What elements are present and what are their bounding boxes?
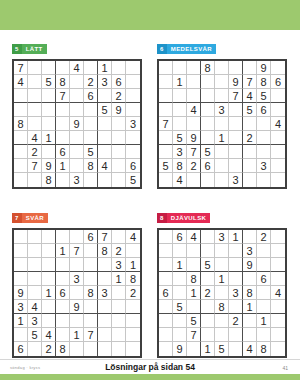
- sudoku-cell: [215, 286, 229, 300]
- sudoku-cell: [84, 342, 98, 356]
- sudoku-cell: [56, 131, 70, 145]
- sudoku-cell: [70, 103, 84, 117]
- sudoku-cell: [229, 244, 243, 258]
- sudoku-cell: [243, 61, 257, 75]
- sudoku-cell: [28, 342, 42, 356]
- sudoku-cell: 6: [14, 342, 28, 356]
- sudoku-cell: 1: [126, 258, 140, 272]
- sudoku-cell: [187, 342, 201, 356]
- sudoku-cell: 1: [56, 244, 70, 258]
- sudoku-cell: [84, 300, 98, 314]
- sudoku-cell: [243, 145, 257, 159]
- sudoku-cell: 1: [42, 131, 56, 145]
- sudoku-cell: 4: [14, 75, 28, 89]
- sudoku-cell: [215, 145, 229, 159]
- sudoku-cell: [14, 328, 28, 342]
- sudoku-cell: 1: [173, 75, 187, 89]
- sudoku-cell: 2: [84, 75, 98, 89]
- sudoku-cell: 7: [229, 89, 243, 103]
- sudoku-cell: [56, 230, 70, 244]
- sudoku-cell: [28, 286, 42, 300]
- sudoku-cell: 4: [28, 300, 42, 314]
- sudoku-cell: 8: [173, 159, 187, 173]
- sudoku-cell: [187, 300, 201, 314]
- sudoku-cell: [229, 328, 243, 342]
- sudoku-cell: [229, 61, 243, 75]
- sudoku-cell: 7: [187, 328, 201, 342]
- sudoku-cell: 9: [14, 286, 28, 300]
- sudoku-cell: [28, 89, 42, 103]
- sudoku-cell: 8: [14, 117, 28, 131]
- sudoku-cell: 5: [173, 300, 187, 314]
- sudoku-cell: 5: [215, 342, 229, 356]
- sudoku-cell: [215, 173, 229, 187]
- sudoku-cell: 3: [215, 103, 229, 117]
- sudoku-cell: 4: [187, 103, 201, 117]
- sudoku-cell: 4: [187, 230, 201, 244]
- sudoku-cell: [112, 300, 126, 314]
- sudoku-cell: [229, 117, 243, 131]
- sudoku-cell: [84, 314, 98, 328]
- sudoku-cell: [70, 286, 84, 300]
- difficulty-badge: 6 MEDELSVÅR: [157, 44, 216, 54]
- sudoku-cell: 3: [98, 75, 112, 89]
- sudoku-cell: [112, 117, 126, 131]
- sudoku-cell: [271, 300, 285, 314]
- sudoku-cell: 5: [84, 145, 98, 159]
- sudoku-cell: 7: [159, 117, 173, 131]
- sudoku-cell: [56, 314, 70, 328]
- sudoku-cell: [271, 328, 285, 342]
- sudoku-cell: [126, 103, 140, 117]
- sudoku-cell: 5: [201, 258, 215, 272]
- sudoku-cell: [14, 230, 28, 244]
- sudoku-cell: 5: [257, 89, 271, 103]
- sudoku-cell: [112, 145, 126, 159]
- sudoku-cell: 2: [42, 342, 56, 356]
- sudoku-cell: [229, 145, 243, 159]
- sudoku-cell: 1: [98, 61, 112, 75]
- sudoku-cell: [229, 342, 243, 356]
- sudoku-cell: [159, 342, 173, 356]
- sudoku-cell: [98, 89, 112, 103]
- sudoku-cell: [187, 61, 201, 75]
- sudoku-cell: 8: [42, 173, 56, 187]
- sudoku-cell: [42, 117, 56, 131]
- sudoku-cell: [271, 103, 285, 117]
- sudoku-cell: [56, 272, 70, 286]
- sudoku-cell: 4: [126, 230, 140, 244]
- sudoku-cell: 5: [243, 103, 257, 117]
- sudoku-cell: 8: [56, 342, 70, 356]
- sudoku-cell: [271, 173, 285, 187]
- sudoku-cell: [28, 244, 42, 258]
- sudoku-cell: [28, 103, 42, 117]
- sudoku-cell: 7: [98, 230, 112, 244]
- sudoku-cell: [159, 230, 173, 244]
- puzzle-block-djavulsk: 8 DJÄVULSK 64312315981661238458152179154…: [157, 206, 289, 358]
- sudoku-cell: [229, 258, 243, 272]
- sudoku-cell: [14, 258, 28, 272]
- sudoku-cell: 2: [112, 89, 126, 103]
- sudoku-cell: [14, 103, 28, 117]
- sudoku-grid-djavulsk: 643123159816612384581521791548: [157, 228, 287, 358]
- sudoku-cell: [98, 342, 112, 356]
- sudoku-cell: [70, 159, 84, 173]
- sudoku-cell: 2: [28, 145, 42, 159]
- sudoku-cell: 8: [56, 75, 70, 89]
- sudoku-cell: [28, 117, 42, 131]
- sudoku-cell: 9: [70, 117, 84, 131]
- sudoku-cell: 9: [257, 61, 271, 75]
- sudoku-cell: [187, 173, 201, 187]
- difficulty-label: MEDELSVÅR: [167, 44, 216, 54]
- sudoku-cell: [159, 314, 173, 328]
- sudoku-cell: [126, 145, 140, 159]
- sudoku-cell: [159, 244, 173, 258]
- sudoku-cell: [201, 89, 215, 103]
- sudoku-cell: [42, 272, 56, 286]
- sudoku-cell: [42, 89, 56, 103]
- sudoku-cell: [14, 159, 28, 173]
- difficulty-badge: 8 DJÄVULSK: [157, 213, 210, 223]
- sudoku-cell: [159, 103, 173, 117]
- sudoku-cell: [271, 314, 285, 328]
- sudoku-cell: [98, 131, 112, 145]
- sudoku-cell: 1: [187, 286, 201, 300]
- sudoku-cell: 1: [42, 286, 56, 300]
- sudoku-cell: 7: [28, 159, 42, 173]
- sudoku-cell: 4: [173, 173, 187, 187]
- sudoku-cell: [14, 173, 28, 187]
- sudoku-cell: 3: [215, 230, 229, 244]
- sudoku-cell: 9: [42, 159, 56, 173]
- sudoku-cell: [84, 61, 98, 75]
- sudoku-cell: 2: [257, 230, 271, 244]
- sudoku-cell: [257, 117, 271, 131]
- sudoku-cell: [229, 103, 243, 117]
- sudoku-cell: 3: [229, 173, 243, 187]
- sudoku-cell: [201, 103, 215, 117]
- footer-divider: [0, 359, 300, 360]
- sudoku-cell: [98, 300, 112, 314]
- sudoku-cell: [215, 117, 229, 131]
- sudoku-cell: 9: [187, 131, 201, 145]
- sudoku-cell: [215, 328, 229, 342]
- sudoku-cell: [243, 314, 257, 328]
- sudoku-cell: [112, 173, 126, 187]
- sudoku-cell: 8: [98, 244, 112, 258]
- sudoku-cell: [201, 173, 215, 187]
- sudoku-cell: 8: [201, 61, 215, 75]
- sudoku-cell: [215, 61, 229, 75]
- difficulty-number: 7: [12, 213, 22, 223]
- sudoku-cell: 6: [84, 89, 98, 103]
- sudoku-cell: [126, 89, 140, 103]
- sudoku-cell: [159, 258, 173, 272]
- sudoku-cell: 8: [187, 272, 201, 286]
- sudoku-cell: 5: [187, 314, 201, 328]
- sudoku-cell: [201, 244, 215, 258]
- sudoku-cell: 2: [243, 131, 257, 145]
- sudoku-cell: 4: [271, 117, 285, 131]
- sudoku-cell: [126, 300, 140, 314]
- sudoku-cell: 5: [126, 173, 140, 187]
- sudoku-cell: 9: [229, 75, 243, 89]
- sudoku-cell: [257, 300, 271, 314]
- sudoku-cell: [187, 117, 201, 131]
- sudoku-cell: [84, 131, 98, 145]
- sudoku-cell: 1: [173, 258, 187, 272]
- sudoku-cell: [173, 286, 187, 300]
- sudoku-cell: [70, 89, 84, 103]
- sudoku-cell: [112, 159, 126, 173]
- difficulty-badge: 5 LÄTT: [12, 44, 47, 54]
- sudoku-cell: [14, 89, 28, 103]
- sudoku-cell: [56, 328, 70, 342]
- sudoku-cell: 7: [84, 328, 98, 342]
- sudoku-cell: [56, 258, 70, 272]
- sudoku-cell: 3: [98, 286, 112, 300]
- sudoku-cell: [271, 131, 285, 145]
- sudoku-cell: [112, 286, 126, 300]
- sudoku-cell: [70, 230, 84, 244]
- sudoku-cell: 5: [159, 159, 173, 173]
- sudoku-cell: [42, 244, 56, 258]
- sudoku-cell: [98, 272, 112, 286]
- difficulty-number: 8: [157, 213, 167, 223]
- sudoku-cell: [56, 117, 70, 131]
- sudoku-cell: 7: [243, 75, 257, 89]
- sudoku-cell: [56, 103, 70, 117]
- top-bar: [0, 0, 300, 30]
- sudoku-cell: [271, 61, 285, 75]
- sudoku-cell: [126, 342, 140, 356]
- sudoku-cell: [271, 89, 285, 103]
- sudoku-cell: [28, 173, 42, 187]
- sudoku-cell: 7: [56, 89, 70, 103]
- sudoku-cell: 1: [257, 314, 271, 328]
- sudoku-cell: 6: [112, 75, 126, 89]
- sudoku-cell: 1: [229, 230, 243, 244]
- sudoku-cell: 3: [243, 244, 257, 258]
- sudoku-cell: [243, 230, 257, 244]
- sudoku-cell: 9: [112, 103, 126, 117]
- sudoku-cell: [243, 328, 257, 342]
- difficulty-label: LÄTT: [22, 44, 47, 54]
- sudoku-cell: [126, 314, 140, 328]
- sudoku-cell: [56, 300, 70, 314]
- sudoku-cell: 5: [201, 145, 215, 159]
- sudoku-cell: [28, 272, 42, 286]
- sudoku-cell: [243, 272, 257, 286]
- sudoku-cell: 2: [187, 159, 201, 173]
- sudoku-cell: 1: [70, 328, 84, 342]
- sudoku-cell: 6: [173, 230, 187, 244]
- sudoku-cell: [215, 89, 229, 103]
- sudoku-cell: [112, 328, 126, 342]
- sudoku-cell: [271, 244, 285, 258]
- sudoku-cell: 1: [112, 272, 126, 286]
- solutions-reference-text: Lösningar på sidan 54: [0, 362, 300, 372]
- sudoku-cell: 8: [126, 272, 140, 286]
- sudoku-cell: [70, 342, 84, 356]
- sudoku-cell: 2: [229, 314, 243, 328]
- sudoku-cell: [159, 61, 173, 75]
- sudoku-cell: 8: [84, 159, 98, 173]
- sudoku-cell: 4: [271, 286, 285, 300]
- sudoku-cell: [70, 314, 84, 328]
- sudoku-cell: [271, 272, 285, 286]
- sudoku-cell: 3: [70, 173, 84, 187]
- sudoku-cell: [159, 75, 173, 89]
- sudoku-cell: 8: [243, 286, 257, 300]
- sudoku-cell: [126, 75, 140, 89]
- sudoku-cell: [201, 272, 215, 286]
- sudoku-cell: [84, 173, 98, 187]
- sudoku-cell: [201, 230, 215, 244]
- sudoku-cell: [257, 328, 271, 342]
- sudoku-cell: [112, 230, 126, 244]
- sudoku-cell: 8: [215, 300, 229, 314]
- sudoku-cell: 6: [257, 103, 271, 117]
- sudoku-cell: [187, 258, 201, 272]
- sudoku-cell: [187, 89, 201, 103]
- sudoku-cell: [243, 173, 257, 187]
- sudoku-cell: 9: [243, 258, 257, 272]
- sudoku-cell: [42, 230, 56, 244]
- sudoku-cell: [173, 61, 187, 75]
- sudoku-cell: [201, 117, 215, 131]
- sudoku-cell: 4: [28, 131, 42, 145]
- sudoku-cell: [98, 117, 112, 131]
- sudoku-cell: [126, 328, 140, 342]
- sudoku-cell: 7: [187, 145, 201, 159]
- sudoku-cell: [28, 258, 42, 272]
- sudoku-cell: [28, 230, 42, 244]
- sudoku-cell: [257, 131, 271, 145]
- sudoku-cell: [56, 61, 70, 75]
- sudoku-cell: 6: [257, 272, 271, 286]
- difficulty-label: SVÅR: [22, 213, 48, 223]
- sudoku-cell: [70, 75, 84, 89]
- sudoku-cell: 9: [70, 300, 84, 314]
- sudoku-cell: [173, 117, 187, 131]
- sudoku-cell: [229, 300, 243, 314]
- sudoku-cell: [215, 244, 229, 258]
- sudoku-cell: [126, 244, 140, 258]
- sudoku-cell: [84, 258, 98, 272]
- sudoku-cell: 6: [159, 286, 173, 300]
- sudoku-cell: 3: [173, 145, 187, 159]
- difficulty-number: 6: [157, 44, 167, 54]
- sudoku-cell: 4: [243, 342, 257, 356]
- sudoku-cell: [271, 258, 285, 272]
- sudoku-cell: [84, 117, 98, 131]
- sudoku-cell: 5: [42, 75, 56, 89]
- magazine-page: 5 LÄTT 7414582367625989341265791846835 6…: [0, 0, 300, 380]
- sudoku-cell: [173, 314, 187, 328]
- sudoku-cell: [215, 159, 229, 173]
- sudoku-cell: 1: [215, 131, 229, 145]
- sudoku-cell: 5: [98, 103, 112, 117]
- sudoku-cell: [201, 75, 215, 89]
- puzzle-block-svar: 7 SVÅR 674178231318916832349135417628: [12, 206, 144, 358]
- sudoku-cell: [229, 131, 243, 145]
- sudoku-cell: [159, 131, 173, 145]
- sudoku-cell: [215, 314, 229, 328]
- sudoku-cell: [98, 258, 112, 272]
- sudoku-cell: [56, 173, 70, 187]
- sudoku-cell: [14, 244, 28, 258]
- sudoku-cell: [159, 173, 173, 187]
- sudoku-cell: [159, 89, 173, 103]
- puzzle-block-medelsvar: 6 MEDELSVÅR 8919786745435674591237558263…: [157, 37, 289, 189]
- sudoku-cell: 1: [243, 300, 257, 314]
- sudoku-cell: [243, 159, 257, 173]
- sudoku-cell: 5: [173, 131, 187, 145]
- sudoku-cell: [112, 314, 126, 328]
- sudoku-cell: 3: [112, 258, 126, 272]
- sudoku-cell: [187, 75, 201, 89]
- sudoku-cell: [243, 117, 257, 131]
- sudoku-cell: 3: [28, 314, 42, 328]
- sudoku-cell: [84, 272, 98, 286]
- sudoku-cell: [229, 272, 243, 286]
- sudoku-cell: 3: [14, 300, 28, 314]
- sudoku-grid-medelsvar: 891978674543567459123755826343: [157, 59, 287, 189]
- sudoku-cell: [257, 286, 271, 300]
- sudoku-cell: 3: [126, 117, 140, 131]
- sudoku-cell: [42, 300, 56, 314]
- sudoku-cell: [84, 244, 98, 258]
- sudoku-cell: 1: [215, 272, 229, 286]
- sudoku-cell: [271, 342, 285, 356]
- sudoku-cell: 2: [126, 286, 140, 300]
- difficulty-label: DJÄVULSK: [167, 213, 211, 223]
- sudoku-grid-svar: 674178231318916832349135417628: [12, 228, 142, 358]
- sudoku-cell: 3: [70, 272, 84, 286]
- sudoku-cell: 6: [201, 159, 215, 173]
- sudoku-cell: [215, 258, 229, 272]
- sudoku-cell: [14, 131, 28, 145]
- sudoku-cell: [159, 272, 173, 286]
- sudoku-cell: [257, 173, 271, 187]
- sudoku-cell: [187, 244, 201, 258]
- sudoku-cell: [257, 145, 271, 159]
- sudoku-cell: 6: [56, 286, 70, 300]
- sudoku-cell: [84, 103, 98, 117]
- sudoku-cell: [42, 258, 56, 272]
- sudoku-cell: [98, 314, 112, 328]
- sudoku-cell: 9: [173, 342, 187, 356]
- sudoku-cell: 5: [28, 328, 42, 342]
- sudoku-cell: [173, 328, 187, 342]
- sudoku-cell: 8: [257, 75, 271, 89]
- difficulty-badge: 7 SVÅR: [12, 213, 48, 223]
- sudoku-cell: [112, 131, 126, 145]
- sudoku-cell: 4: [243, 89, 257, 103]
- sudoku-cell: [126, 61, 140, 75]
- sudoku-cell: 6: [84, 230, 98, 244]
- sudoku-cell: 2: [201, 286, 215, 300]
- sudoku-cell: [42, 103, 56, 117]
- sudoku-cell: [201, 131, 215, 145]
- sudoku-cell: 1: [56, 159, 70, 173]
- sudoku-cell: [257, 258, 271, 272]
- sudoku-cell: [98, 145, 112, 159]
- sudoku-cell: [215, 75, 229, 89]
